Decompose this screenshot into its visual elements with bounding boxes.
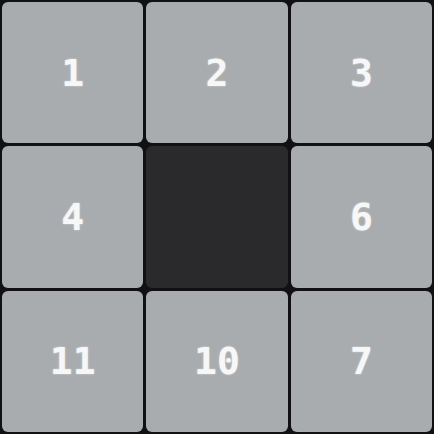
tile-3[interactable]: 3 <box>291 2 432 143</box>
tile-11[interactable]: 11 <box>2 291 143 432</box>
tile-4[interactable]: 4 <box>2 146 143 287</box>
tile-1[interactable]: 1 <box>2 2 143 143</box>
tile-6[interactable]: 6 <box>291 146 432 287</box>
puzzle-board: 1 2 3 4 6 11 10 7 <box>0 0 434 434</box>
tile-7[interactable]: 7 <box>291 291 432 432</box>
tile-10[interactable]: 10 <box>146 291 287 432</box>
empty-slot <box>146 146 287 287</box>
tile-2[interactable]: 2 <box>146 2 287 143</box>
